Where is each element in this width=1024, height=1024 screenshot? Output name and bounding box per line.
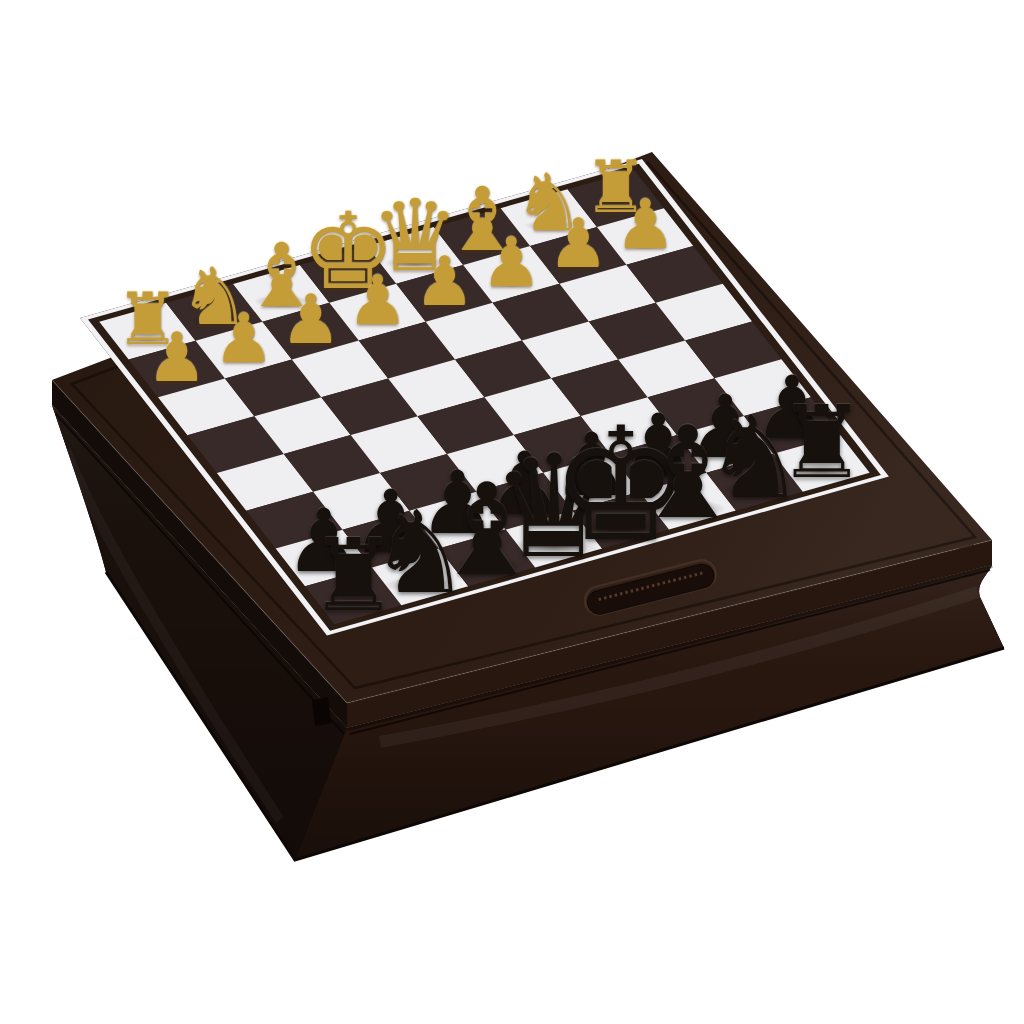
product-photo-scene: ♜♞♝♚♛♝♞♜♟♟♟♟♟♟♟♟♟♟♟♟♟♟♟♟♜♞♝♛♚♝♞♜ bbox=[0, 0, 1024, 1024]
latch-notch-left bbox=[312, 697, 331, 726]
